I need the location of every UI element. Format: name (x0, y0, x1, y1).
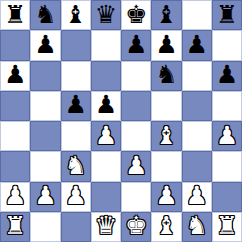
square-a1[interactable]: ♜ (0, 212, 30, 242)
black-bishop-icon[interactable]: ♝ (64, 2, 86, 27)
square-d3[interactable] (91, 151, 121, 181)
white-rook-icon[interactable]: ♜ (216, 213, 238, 238)
square-c6[interactable] (61, 61, 91, 91)
black-king-icon[interactable]: ♚ (125, 2, 147, 27)
square-g6[interactable] (182, 61, 212, 91)
black-knight-icon[interactable]: ♞ (34, 2, 56, 27)
square-c4[interactable] (61, 121, 91, 151)
black-pawn-icon[interactable]: ♟ (64, 92, 86, 117)
square-e6[interactable] (121, 61, 151, 91)
white-pawn-icon[interactable]: ♟ (155, 183, 177, 208)
square-a6[interactable]: ♟ (0, 61, 30, 91)
square-e7[interactable]: ♟ (121, 30, 151, 60)
square-d7[interactable] (91, 30, 121, 60)
square-f1[interactable]: ♝ (151, 212, 181, 242)
square-a4[interactable] (0, 121, 30, 151)
white-bishop-icon[interactable]: ♝ (155, 123, 177, 148)
white-pawn-icon[interactable]: ♟ (185, 183, 207, 208)
square-d5[interactable]: ♟ (91, 91, 121, 121)
square-c1[interactable] (61, 212, 91, 242)
white-bishop-icon[interactable]: ♝ (155, 213, 177, 238)
black-pawn-icon[interactable]: ♟ (155, 32, 177, 57)
square-b5[interactable] (30, 91, 60, 121)
square-a3[interactable] (0, 151, 30, 181)
square-g7[interactable]: ♟ (182, 30, 212, 60)
square-f3[interactable] (151, 151, 181, 181)
white-pawn-icon[interactable]: ♟ (34, 183, 56, 208)
square-h3[interactable] (212, 151, 242, 181)
white-pawn-icon[interactable]: ♟ (95, 123, 117, 148)
black-rook-icon[interactable]: ♜ (216, 2, 238, 27)
square-d4[interactable]: ♟ (91, 121, 121, 151)
square-g3[interactable] (182, 151, 212, 181)
black-pawn-icon[interactable]: ♟ (125, 32, 147, 57)
square-e2[interactable] (121, 182, 151, 212)
square-f7[interactable]: ♟ (151, 30, 181, 60)
square-b2[interactable]: ♟ (30, 182, 60, 212)
square-c5[interactable]: ♟ (61, 91, 91, 121)
square-a7[interactable] (0, 30, 30, 60)
square-f8[interactable]: ♝ (151, 0, 181, 30)
chess-board: ♜♞♝♛♚♝♜♟♟♟♟♟♞♟♟♟♟♝♟♞♟♟♟♟♟♟♜♛♚♝♞♜ (0, 0, 242, 242)
white-pawn-icon[interactable]: ♟ (4, 183, 26, 208)
square-d2[interactable] (91, 182, 121, 212)
square-h2[interactable] (212, 182, 242, 212)
white-pawn-icon[interactable]: ♟ (216, 123, 238, 148)
square-b1[interactable] (30, 212, 60, 242)
square-h6[interactable]: ♟ (212, 61, 242, 91)
black-pawn-icon[interactable]: ♟ (4, 62, 26, 87)
square-c7[interactable] (61, 30, 91, 60)
white-king-icon[interactable]: ♚ (125, 213, 147, 238)
square-b6[interactable] (30, 61, 60, 91)
black-rook-icon[interactable]: ♜ (4, 2, 26, 27)
square-b3[interactable] (30, 151, 60, 181)
square-e5[interactable] (121, 91, 151, 121)
square-e3[interactable]: ♟ (121, 151, 151, 181)
white-pawn-icon[interactable]: ♟ (64, 183, 86, 208)
square-b8[interactable]: ♞ (30, 0, 60, 30)
square-b7[interactable]: ♟ (30, 30, 60, 60)
square-h7[interactable] (212, 30, 242, 60)
square-e8[interactable]: ♚ (121, 0, 151, 30)
square-a5[interactable] (0, 91, 30, 121)
white-knight-icon[interactable]: ♞ (185, 213, 207, 238)
square-g1[interactable]: ♞ (182, 212, 212, 242)
square-a8[interactable]: ♜ (0, 0, 30, 30)
square-d8[interactable]: ♛ (91, 0, 121, 30)
square-f2[interactable]: ♟ (151, 182, 181, 212)
square-c8[interactable]: ♝ (61, 0, 91, 30)
black-knight-icon[interactable]: ♞ (155, 62, 177, 87)
square-e4[interactable] (121, 121, 151, 151)
square-b4[interactable] (30, 121, 60, 151)
square-g5[interactable] (182, 91, 212, 121)
white-rook-icon[interactable]: ♜ (4, 213, 26, 238)
white-pawn-icon[interactable]: ♟ (125, 153, 147, 178)
square-c3[interactable]: ♞ (61, 151, 91, 181)
square-f5[interactable] (151, 91, 181, 121)
black-pawn-icon[interactable]: ♟ (95, 92, 117, 117)
square-h4[interactable]: ♟ (212, 121, 242, 151)
square-g2[interactable]: ♟ (182, 182, 212, 212)
square-a2[interactable]: ♟ (0, 182, 30, 212)
black-queen-icon[interactable]: ♛ (95, 2, 117, 27)
square-d1[interactable]: ♛ (91, 212, 121, 242)
white-queen-icon[interactable]: ♛ (95, 213, 117, 238)
black-pawn-icon[interactable]: ♟ (216, 62, 238, 87)
square-g4[interactable] (182, 121, 212, 151)
black-pawn-icon[interactable]: ♟ (185, 32, 207, 57)
square-d6[interactable] (91, 61, 121, 91)
square-f4[interactable]: ♝ (151, 121, 181, 151)
black-bishop-icon[interactable]: ♝ (155, 2, 177, 27)
black-pawn-icon[interactable]: ♟ (34, 32, 56, 57)
square-f6[interactable]: ♞ (151, 61, 181, 91)
square-g8[interactable] (182, 0, 212, 30)
square-h8[interactable]: ♜ (212, 0, 242, 30)
square-h5[interactable] (212, 91, 242, 121)
white-knight-icon[interactable]: ♞ (64, 153, 86, 178)
square-h1[interactable]: ♜ (212, 212, 242, 242)
square-c2[interactable]: ♟ (61, 182, 91, 212)
square-e1[interactable]: ♚ (121, 212, 151, 242)
